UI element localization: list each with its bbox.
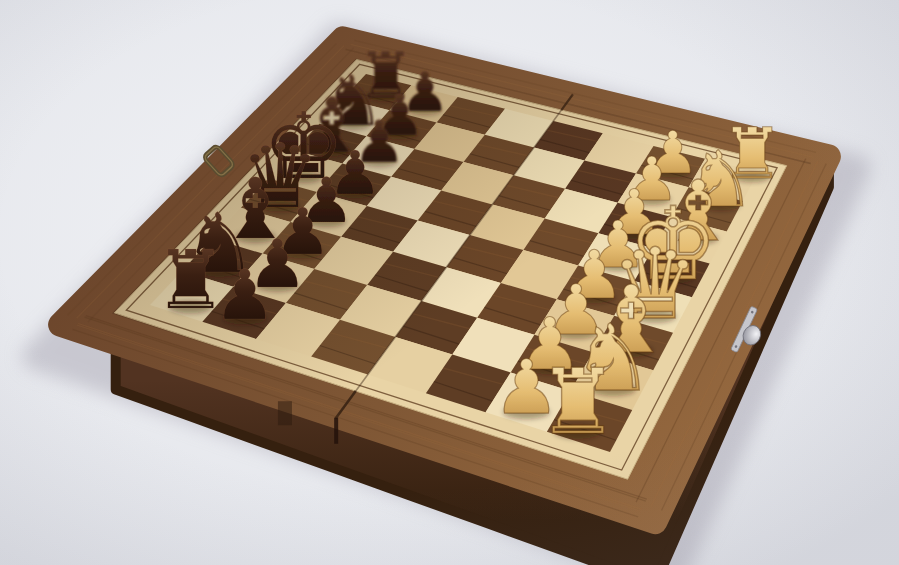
vignette (0, 0, 899, 565)
chess-scene-svg: ♜♟♞♟♝♟♟♜♚♟♟♞♛♟♟♝♝♟♟♞♚♟♟♜♛♟♟♝♟♞♟♜ (0, 0, 899, 565)
chess-set-photo: ♜♟♞♟♝♟♟♜♚♟♟♞♛♟♟♝♝♟♟♞♚♟♟♜♛♟♟♝♟♞♟♜ (0, 0, 899, 565)
